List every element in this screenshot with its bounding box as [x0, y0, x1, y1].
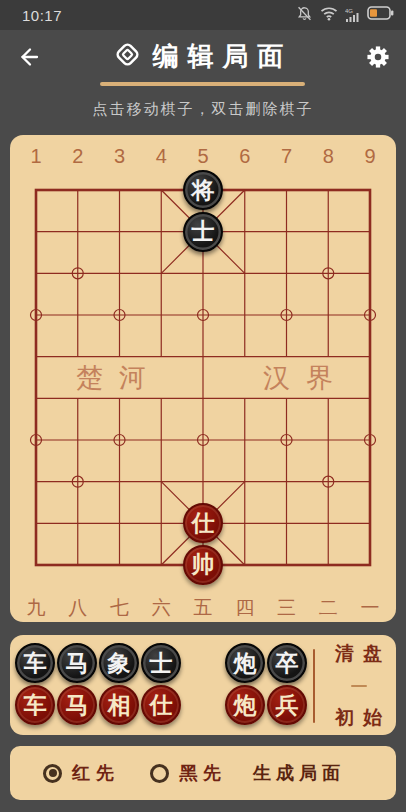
radio-black-first[interactable] [150, 764, 169, 783]
clear-board-button[interactable]: 清盘 [335, 641, 391, 667]
tray-piece-red-相[interactable]: 相 [99, 685, 139, 725]
column-number-top: 6 [239, 145, 250, 167]
tray-piece-black-马[interactable]: 马 [57, 643, 97, 683]
tray-divider [313, 649, 315, 723]
page-title: 编辑局面 [153, 39, 293, 74]
tray-piece-black-象[interactable]: 象 [99, 643, 139, 683]
clock: 10:17 [22, 7, 62, 24]
river-label: 汉界 [263, 363, 349, 393]
battery-icon [367, 6, 394, 24]
generate-position-button[interactable]: 生成局面 [253, 761, 345, 785]
red-first-label[interactable]: 红先 [72, 761, 120, 785]
column-number-bottom: 六 [152, 597, 171, 618]
column-number-top: 2 [72, 145, 83, 167]
column-number-top: 1 [30, 145, 41, 167]
hint-text: 点击移动棋子，双击删除棋子 [0, 100, 406, 119]
column-number-bottom: 三 [277, 597, 296, 618]
settings-gear-icon[interactable] [366, 45, 390, 69]
column-number-top: 7 [281, 145, 292, 167]
black-first-label[interactable]: 黑先 [179, 761, 227, 785]
status-icons: 4G [296, 5, 394, 26]
footer-bar: 红先 黑先 生成局面 [10, 746, 396, 800]
tray-piece-red-马[interactable]: 马 [57, 685, 97, 725]
diamond-icon [114, 41, 141, 72]
column-number-bottom: 八 [68, 597, 87, 618]
notifications-off-icon [296, 5, 313, 26]
column-number-bottom: 二 [319, 597, 338, 618]
tray-dash-divider [351, 685, 367, 688]
piece-tray: 车马象士炮卒车马相仕炮兵 清盘 初始 [10, 635, 396, 735]
tray-piece-black-士[interactable]: 士 [141, 643, 181, 683]
column-number-top: 8 [323, 145, 334, 167]
tray-piece-red-兵[interactable]: 兵 [267, 685, 307, 725]
column-number-bottom: 五 [194, 597, 213, 618]
radio-dot [49, 769, 57, 777]
column-number-bottom: 四 [235, 597, 254, 618]
tray-actions: 清盘 初始 [321, 641, 396, 731]
tray-piece-black-车[interactable]: 车 [15, 643, 55, 683]
column-number-bottom: 一 [361, 597, 380, 618]
column-number-top: 5 [197, 145, 208, 167]
app-bar: 编辑局面 [0, 30, 406, 82]
back-button[interactable] [16, 44, 42, 70]
xiangqi-board[interactable]: 123456789九八七六五四三二一楚河汉界 将士仕帅 [10, 135, 396, 622]
board-piece-black-士[interactable]: 士 [183, 212, 223, 252]
initial-position-button[interactable]: 初始 [335, 705, 391, 731]
column-number-top: 9 [364, 145, 375, 167]
tray-piece-red-车[interactable]: 车 [15, 685, 55, 725]
board-piece-black-将[interactable]: 将 [183, 170, 223, 210]
radio-red-first[interactable] [43, 764, 62, 783]
column-number-bottom: 七 [110, 597, 129, 618]
column-number-top: 4 [156, 145, 167, 167]
tray-piece-black-炮[interactable]: 炮 [225, 643, 265, 683]
screen: 10:17 4G 编辑局面 [0, 0, 406, 812]
wifi-icon [320, 6, 338, 25]
title-group: 编辑局面 [114, 39, 293, 74]
tray-piece-black-卒[interactable]: 卒 [267, 643, 307, 683]
svg-text:4G: 4G [345, 8, 353, 14]
board-piece-red-帅[interactable]: 帅 [183, 545, 223, 585]
column-number-top: 3 [114, 145, 125, 167]
river-label: 楚河 [76, 363, 162, 393]
title-underline [100, 82, 305, 86]
column-number-bottom: 九 [27, 597, 46, 618]
signal-4g-icon: 4G [345, 7, 360, 23]
tray-piece-red-炮[interactable]: 炮 [225, 685, 265, 725]
tray-piece-red-仕[interactable]: 仕 [141, 685, 181, 725]
status-bar: 10:17 4G [0, 0, 406, 30]
